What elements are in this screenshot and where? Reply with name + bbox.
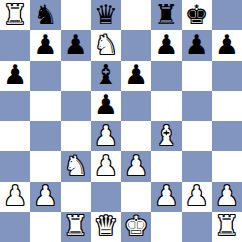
square-a3[interactable] [0, 151, 30, 181]
square-g3[interactable] [182, 151, 212, 181]
black-knight[interactable]: ♞ [33, 1, 57, 28]
white-knight[interactable]: ♞ [94, 31, 118, 58]
black-pawn[interactable]: ♟ [185, 31, 209, 58]
square-f7[interactable]: ♟ [151, 30, 181, 60]
square-e3[interactable]: ♟ [121, 151, 151, 181]
white-pawn[interactable]: ♟ [215, 182, 239, 209]
square-a4[interactable] [0, 121, 30, 151]
square-f6[interactable] [151, 61, 181, 91]
square-d4[interactable]: ♟ [91, 121, 121, 151]
square-a7[interactable] [0, 30, 30, 60]
white-pawn[interactable]: ♟ [185, 182, 209, 209]
square-h3[interactable] [212, 151, 242, 181]
square-e7[interactable] [121, 30, 151, 60]
square-f3[interactable] [151, 151, 181, 181]
white-pawn[interactable]: ♟ [124, 152, 148, 179]
square-b6[interactable] [30, 61, 60, 91]
square-c1[interactable]: ♜ [61, 212, 91, 242]
square-a5[interactable] [0, 91, 30, 121]
square-h4[interactable] [212, 121, 242, 151]
square-g1[interactable] [182, 212, 212, 242]
black-bishop[interactable]: ♝ [94, 61, 118, 88]
square-c8[interactable] [61, 0, 91, 30]
square-g7[interactable]: ♟ [182, 30, 212, 60]
square-h7[interactable]: ♟ [212, 30, 242, 60]
white-pawn[interactable]: ♟ [154, 182, 178, 209]
square-c5[interactable] [61, 91, 91, 121]
square-h6[interactable] [212, 61, 242, 91]
square-g6[interactable] [182, 61, 212, 91]
square-f1[interactable] [151, 212, 181, 242]
white-pawn[interactable]: ♟ [94, 122, 118, 149]
black-pawn[interactable]: ♟ [33, 31, 57, 58]
chess-board: ♜♞♛♜♚♟♟♞♟♟♟♟♝♟♟♟♝♞♟♟♟♟♟♟♟♜♛♚♜ [0, 0, 242, 242]
square-c4[interactable] [61, 121, 91, 151]
square-d7[interactable]: ♞ [91, 30, 121, 60]
square-f8[interactable]: ♜ [151, 0, 181, 30]
square-a1[interactable] [0, 212, 30, 242]
square-d6[interactable]: ♝ [91, 61, 121, 91]
square-c7[interactable]: ♟ [61, 30, 91, 60]
square-b8[interactable]: ♞ [30, 0, 60, 30]
square-a8[interactable]: ♜ [0, 0, 30, 30]
square-e5[interactable] [121, 91, 151, 121]
square-g2[interactable]: ♟ [182, 182, 212, 212]
square-c6[interactable] [61, 61, 91, 91]
white-pawn[interactable]: ♟ [94, 152, 118, 179]
black-pawn[interactable]: ♟ [64, 31, 88, 58]
square-b4[interactable] [30, 121, 60, 151]
square-b7[interactable]: ♟ [30, 30, 60, 60]
square-c2[interactable] [61, 182, 91, 212]
square-b5[interactable] [30, 91, 60, 121]
square-e2[interactable] [121, 182, 151, 212]
square-f4[interactable]: ♝ [151, 121, 181, 151]
white-rook[interactable]: ♜ [215, 212, 239, 239]
square-h8[interactable] [212, 0, 242, 30]
square-g4[interactable] [182, 121, 212, 151]
white-knight[interactable]: ♞ [64, 152, 88, 179]
square-a2[interactable]: ♟ [0, 182, 30, 212]
square-e6[interactable]: ♟ [121, 61, 151, 91]
black-pawn[interactable]: ♟ [124, 61, 148, 88]
white-rook[interactable]: ♜ [64, 212, 88, 239]
square-d1[interactable]: ♛ [91, 212, 121, 242]
square-f2[interactable]: ♟ [151, 182, 181, 212]
square-h2[interactable]: ♟ [212, 182, 242, 212]
square-d5[interactable]: ♟ [91, 91, 121, 121]
square-g8[interactable]: ♚ [182, 0, 212, 30]
square-g5[interactable] [182, 91, 212, 121]
square-b3[interactable] [30, 151, 60, 181]
square-b2[interactable]: ♟ [30, 182, 60, 212]
square-d3[interactable]: ♟ [91, 151, 121, 181]
square-e4[interactable] [121, 121, 151, 151]
black-pawn[interactable]: ♟ [215, 31, 239, 58]
black-pawn[interactable]: ♟ [3, 61, 27, 88]
white-queen[interactable]: ♛ [94, 212, 118, 239]
black-rook[interactable]: ♜ [154, 1, 178, 28]
black-king[interactable]: ♚ [185, 1, 209, 28]
square-d2[interactable] [91, 182, 121, 212]
white-king[interactable]: ♚ [124, 212, 148, 239]
square-f5[interactable] [151, 91, 181, 121]
square-b1[interactable] [30, 212, 60, 242]
black-queen[interactable]: ♛ [94, 1, 118, 28]
white-pawn[interactable]: ♟ [33, 182, 57, 209]
black-pawn[interactable]: ♟ [94, 91, 118, 118]
square-e1[interactable]: ♚ [121, 212, 151, 242]
square-h5[interactable] [212, 91, 242, 121]
white-pawn[interactable]: ♟ [3, 182, 27, 209]
square-a6[interactable]: ♟ [0, 61, 30, 91]
square-c3[interactable]: ♞ [61, 151, 91, 181]
square-h1[interactable]: ♜ [212, 212, 242, 242]
square-e8[interactable] [121, 0, 151, 30]
black-pawn[interactable]: ♟ [154, 31, 178, 58]
square-d8[interactable]: ♛ [91, 0, 121, 30]
white-rook[interactable]: ♜ [3, 1, 27, 28]
white-bishop[interactable]: ♝ [154, 122, 178, 149]
